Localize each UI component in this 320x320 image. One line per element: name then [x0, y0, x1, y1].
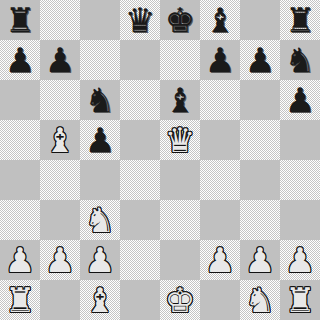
square-e4[interactable]: [160, 160, 200, 200]
white-pawn-icon: ♟: [285, 240, 315, 280]
white-bishop-icon: ♝: [45, 120, 75, 160]
square-d6[interactable]: [120, 80, 160, 120]
square-g1[interactable]: ♞: [240, 280, 280, 320]
square-a4[interactable]: [0, 160, 40, 200]
square-f4[interactable]: [200, 160, 240, 200]
square-g7[interactable]: ♟: [240, 40, 280, 80]
square-g8[interactable]: [240, 0, 280, 40]
square-f6[interactable]: [200, 80, 240, 120]
square-d4[interactable]: [120, 160, 160, 200]
square-a6[interactable]: [0, 80, 40, 120]
black-pawn-icon: ♟: [205, 40, 235, 80]
chess-board: ♜♛♚♝♜♟♟♟♟♞♞♝♟♝♟♛♞♟♟♟♟♟♟♜♝♚♞♜: [0, 0, 320, 320]
square-f3[interactable]: [200, 200, 240, 240]
square-b2[interactable]: ♟: [40, 240, 80, 280]
square-a7[interactable]: ♟: [0, 40, 40, 80]
square-b7[interactable]: ♟: [40, 40, 80, 80]
black-rook-icon: ♜: [5, 0, 35, 40]
square-e2[interactable]: [160, 240, 200, 280]
square-f1[interactable]: [200, 280, 240, 320]
white-pawn-icon: ♟: [5, 240, 35, 280]
black-pawn-icon: ♟: [5, 40, 35, 80]
square-c7[interactable]: [80, 40, 120, 80]
square-d8[interactable]: ♛: [120, 0, 160, 40]
square-d7[interactable]: [120, 40, 160, 80]
black-pawn-icon: ♟: [85, 120, 115, 160]
black-king-icon: ♚: [165, 0, 195, 40]
square-d3[interactable]: [120, 200, 160, 240]
black-queen-icon: ♛: [125, 0, 155, 40]
square-f8[interactable]: ♝: [200, 0, 240, 40]
square-e1[interactable]: ♚: [160, 280, 200, 320]
square-f2[interactable]: ♟: [200, 240, 240, 280]
square-c4[interactable]: [80, 160, 120, 200]
white-queen-icon: ♛: [165, 120, 195, 160]
black-rook-icon: ♜: [285, 0, 315, 40]
square-a3[interactable]: [0, 200, 40, 240]
white-rook-icon: ♜: [5, 280, 35, 320]
black-knight-icon: ♞: [285, 40, 315, 80]
square-h4[interactable]: [280, 160, 320, 200]
square-c1[interactable]: ♝: [80, 280, 120, 320]
square-c8[interactable]: [80, 0, 120, 40]
square-g3[interactable]: [240, 200, 280, 240]
square-f5[interactable]: [200, 120, 240, 160]
square-g6[interactable]: [240, 80, 280, 120]
square-c2[interactable]: ♟: [80, 240, 120, 280]
black-knight-icon: ♞: [85, 80, 115, 120]
square-b8[interactable]: [40, 0, 80, 40]
square-c3[interactable]: ♞: [80, 200, 120, 240]
white-bishop-icon: ♝: [85, 280, 115, 320]
black-pawn-icon: ♟: [285, 80, 315, 120]
white-pawn-icon: ♟: [85, 240, 115, 280]
square-f7[interactable]: ♟: [200, 40, 240, 80]
white-knight-icon: ♞: [85, 200, 115, 240]
square-g5[interactable]: [240, 120, 280, 160]
square-h1[interactable]: ♜: [280, 280, 320, 320]
white-rook-icon: ♜: [285, 280, 315, 320]
square-h8[interactable]: ♜: [280, 0, 320, 40]
square-h5[interactable]: [280, 120, 320, 160]
square-b3[interactable]: [40, 200, 80, 240]
square-b4[interactable]: [40, 160, 80, 200]
square-c6[interactable]: ♞: [80, 80, 120, 120]
square-h6[interactable]: ♟: [280, 80, 320, 120]
square-h7[interactable]: ♞: [280, 40, 320, 80]
square-e6[interactable]: ♝: [160, 80, 200, 120]
square-g2[interactable]: ♟: [240, 240, 280, 280]
square-d5[interactable]: [120, 120, 160, 160]
black-bishop-icon: ♝: [165, 80, 195, 120]
square-a5[interactable]: [0, 120, 40, 160]
square-a2[interactable]: ♟: [0, 240, 40, 280]
white-pawn-icon: ♟: [205, 240, 235, 280]
square-e3[interactable]: [160, 200, 200, 240]
white-pawn-icon: ♟: [245, 240, 275, 280]
square-e8[interactable]: ♚: [160, 0, 200, 40]
square-h2[interactable]: ♟: [280, 240, 320, 280]
white-king-icon: ♚: [165, 280, 195, 320]
white-knight-icon: ♞: [245, 280, 275, 320]
square-a1[interactable]: ♜: [0, 280, 40, 320]
square-e5[interactable]: ♛: [160, 120, 200, 160]
square-h3[interactable]: [280, 200, 320, 240]
square-e7[interactable]: [160, 40, 200, 80]
square-g4[interactable]: [240, 160, 280, 200]
black-pawn-icon: ♟: [245, 40, 275, 80]
square-c5[interactable]: ♟: [80, 120, 120, 160]
square-b5[interactable]: ♝: [40, 120, 80, 160]
square-d1[interactable]: [120, 280, 160, 320]
square-b1[interactable]: [40, 280, 80, 320]
square-b6[interactable]: [40, 80, 80, 120]
black-pawn-icon: ♟: [45, 40, 75, 80]
square-d2[interactable]: [120, 240, 160, 280]
black-bishop-icon: ♝: [205, 0, 235, 40]
square-a8[interactable]: ♜: [0, 0, 40, 40]
white-pawn-icon: ♟: [45, 240, 75, 280]
